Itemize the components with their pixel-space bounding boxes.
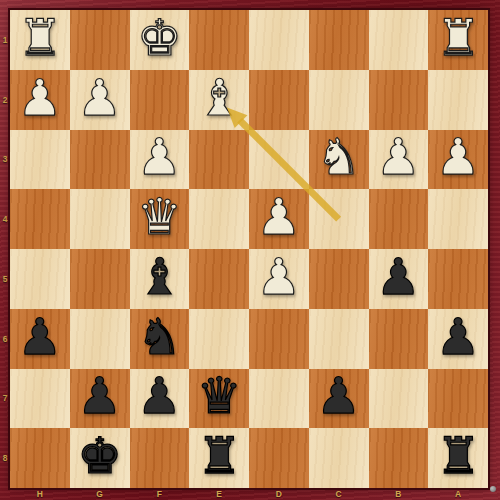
square-a1[interactable]: ♜ [428,10,488,70]
piece-black-pawn[interactable]: ♟ [137,371,182,421]
square-f6[interactable]: ♞ [130,309,190,369]
file-label-c: C [309,487,369,500]
square-c2[interactable] [309,70,369,130]
piece-white-queen[interactable]: ♛ [137,192,182,242]
rank-label-2: 2 [0,70,10,130]
square-d4[interactable]: ♟ [249,189,309,249]
square-h6[interactable]: ♟ [10,309,70,369]
file-label-g: G [70,487,130,500]
square-b6[interactable] [369,309,429,369]
square-b1[interactable] [369,10,429,70]
rank-label-1: 1 [0,10,10,70]
piece-white-pawn[interactable]: ♟ [137,132,182,182]
square-e4[interactable] [189,189,249,249]
square-a3[interactable]: ♟ [428,130,488,190]
square-f2[interactable] [130,70,190,130]
square-a2[interactable] [428,70,488,130]
square-a6[interactable]: ♟ [428,309,488,369]
square-c4[interactable] [309,189,369,249]
square-e3[interactable] [189,130,249,190]
square-a5[interactable] [428,249,488,309]
file-labels: HGFEDCBA [10,487,488,500]
square-e2[interactable]: ♝ [189,70,249,130]
corner-marker-dot [490,486,496,492]
piece-white-pawn[interactable]: ♟ [436,132,481,182]
piece-black-pawn[interactable]: ♟ [376,252,421,302]
file-label-a: A [428,487,488,500]
rank-label-3: 3 [0,130,10,190]
board[interactable]: ♜♚♜♟♟♝♟♞♟♟♛♟♝♟♟♟♞♟♟♟♛♟♚♜♜ [10,10,488,488]
rank-label-7: 7 [0,369,10,429]
square-b2[interactable] [369,70,429,130]
piece-black-knight[interactable]: ♞ [137,312,182,362]
piece-black-pawn[interactable]: ♟ [77,371,122,421]
square-h4[interactable] [10,189,70,249]
square-h7[interactable] [10,369,70,429]
square-d7[interactable] [249,369,309,429]
square-c8[interactable] [309,428,369,488]
rank-label-6: 6 [0,309,10,369]
square-d8[interactable] [249,428,309,488]
square-g4[interactable] [70,189,130,249]
square-a4[interactable] [428,189,488,249]
square-g8[interactable]: ♚ [70,428,130,488]
square-b7[interactable] [369,369,429,429]
piece-white-rook[interactable]: ♜ [436,13,481,63]
rank-label-5: 5 [0,249,10,309]
square-f7[interactable]: ♟ [130,369,190,429]
square-b4[interactable] [369,189,429,249]
square-g7[interactable]: ♟ [70,369,130,429]
square-h2[interactable]: ♟ [10,70,70,130]
piece-white-pawn[interactable]: ♟ [77,73,122,123]
rank-label-4: 4 [0,189,10,249]
square-e1[interactable] [189,10,249,70]
square-f1[interactable]: ♚ [130,10,190,70]
square-f5[interactable]: ♝ [130,249,190,309]
square-e5[interactable] [189,249,249,309]
square-b3[interactable]: ♟ [369,130,429,190]
piece-white-rook[interactable]: ♜ [17,13,62,63]
piece-white-knight[interactable]: ♞ [316,132,361,182]
file-label-d: D [249,487,309,500]
file-label-h: H [10,487,70,500]
square-f8[interactable] [130,428,190,488]
square-a8[interactable]: ♜ [428,428,488,488]
square-c3[interactable]: ♞ [309,130,369,190]
piece-black-pawn[interactable]: ♟ [316,371,361,421]
file-label-e: E [189,487,249,500]
rank-labels: 12345678 [0,10,10,488]
square-h1[interactable]: ♜ [10,10,70,70]
square-g5[interactable] [70,249,130,309]
piece-black-king[interactable]: ♚ [77,431,122,481]
square-b8[interactable] [369,428,429,488]
square-f3[interactable]: ♟ [130,130,190,190]
file-label-f: F [130,487,190,500]
piece-black-rook[interactable]: ♜ [436,431,481,481]
square-g2[interactable]: ♟ [70,70,130,130]
piece-white-pawn[interactable]: ♟ [376,132,421,182]
square-e7[interactable]: ♛ [189,369,249,429]
rank-label-8: 8 [0,428,10,488]
square-g1[interactable] [70,10,130,70]
square-e8[interactable]: ♜ [189,428,249,488]
square-d6[interactable] [249,309,309,369]
square-d2[interactable] [249,70,309,130]
piece-black-bishop[interactable]: ♝ [137,252,182,302]
file-label-b: B [369,487,429,500]
square-e6[interactable] [189,309,249,369]
square-b5[interactable]: ♟ [369,249,429,309]
square-c5[interactable] [309,249,369,309]
piece-white-bishop[interactable]: ♝ [197,73,242,123]
piece-black-rook[interactable]: ♜ [197,431,242,481]
square-f4[interactable]: ♛ [130,189,190,249]
square-d5[interactable]: ♟ [249,249,309,309]
square-d1[interactable] [249,10,309,70]
piece-black-pawn[interactable]: ♟ [436,312,481,362]
square-h8[interactable] [10,428,70,488]
square-c6[interactable] [309,309,369,369]
square-d3[interactable] [249,130,309,190]
square-h3[interactable] [10,130,70,190]
piece-black-pawn[interactable]: ♟ [17,312,62,362]
square-g3[interactable] [70,130,130,190]
piece-white-pawn[interactable]: ♟ [256,192,301,242]
piece-black-queen[interactable]: ♛ [197,371,242,421]
piece-white-pawn[interactable]: ♟ [17,73,62,123]
square-c1[interactable] [309,10,369,70]
piece-white-pawn[interactable]: ♟ [256,252,301,302]
square-g6[interactable] [70,309,130,369]
square-h5[interactable] [10,249,70,309]
piece-white-king[interactable]: ♚ [137,13,182,63]
square-c7[interactable]: ♟ [309,369,369,429]
square-a7[interactable] [428,369,488,429]
